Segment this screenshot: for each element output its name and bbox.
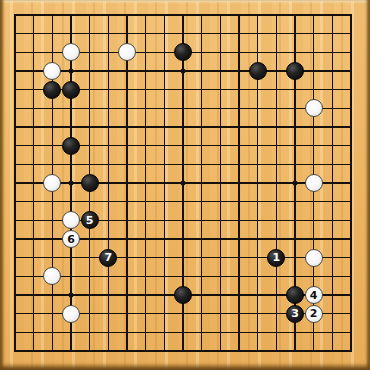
grid-line-vertical [220,14,221,352]
stone-white-R6 [305,249,323,267]
stone-white-G17 [118,43,136,61]
stone-black-C15 [43,81,61,99]
stone-black-K17 [174,43,192,61]
stone-white-C5 [43,267,61,285]
star-point [293,181,298,186]
move-number-label: 4 [310,290,318,301]
move-number-label: 5 [86,215,94,226]
stone-white-D3 [62,305,80,323]
star-point [69,293,74,298]
stone-white-D8 [62,211,80,229]
move-number-label: 6 [67,234,75,245]
stone-white-D7: 6 [62,230,80,248]
grid-line-horizontal [14,350,352,352]
stone-black-Q16 [286,62,304,80]
grid-line-vertical [332,14,333,352]
move-number-label: 2 [310,308,318,319]
grid-line-horizontal [14,257,352,258]
stone-white-R14 [305,99,323,117]
stone-black-O16 [249,62,267,80]
move-number-label: 7 [105,252,113,263]
stone-black-F6: 7 [99,249,117,267]
grid-line-horizontal [14,201,352,202]
stone-black-D12 [62,137,80,155]
stone-black-K4 [174,286,192,304]
stone-black-Q4 [286,286,304,304]
stone-white-D17 [62,43,80,61]
star-point [181,181,186,186]
grid-line-vertical [201,14,202,352]
grid-line-vertical [350,14,352,352]
grid-line-vertical [276,14,277,352]
grid-line-horizontal [14,276,352,277]
star-point [69,69,74,74]
go-board[interactable]: 5671432 [0,0,370,370]
stone-white-C16 [43,62,61,80]
stone-black-P6: 1 [267,249,285,267]
stone-black-D15 [62,81,80,99]
stone-black-Q3: 3 [286,305,304,323]
stone-black-E10 [81,174,99,192]
move-number-label: 1 [273,252,281,263]
star-point [69,181,74,186]
grid-line-vertical [238,14,239,352]
stone-white-R4: 4 [305,286,323,304]
stone-white-C10 [43,174,61,192]
stone-white-R3: 2 [305,305,323,323]
star-point [181,69,186,74]
stone-white-R10 [305,174,323,192]
move-number-label: 3 [291,308,299,319]
grid-line-horizontal [14,332,352,333]
stone-black-E8: 5 [81,211,99,229]
